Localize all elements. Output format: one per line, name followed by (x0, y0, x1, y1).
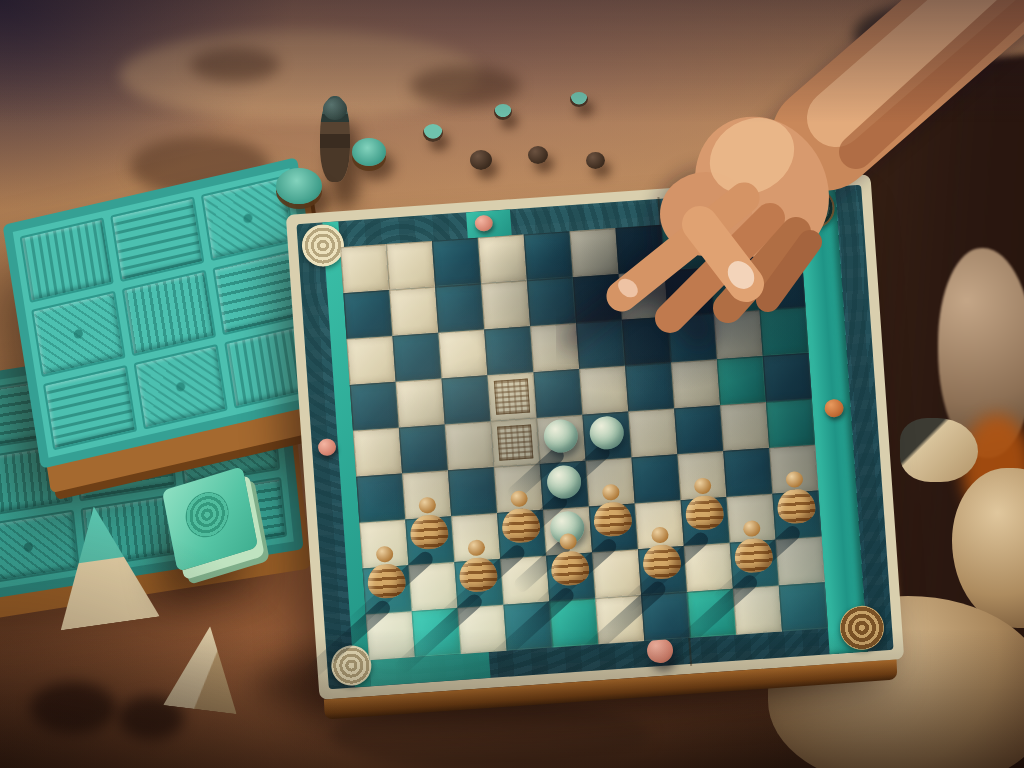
pawn-body (593, 501, 633, 538)
scene (0, 0, 1024, 768)
pawn-head (376, 546, 394, 563)
wooden-pawn[interactable] (731, 519, 775, 574)
wooden-pawn[interactable] (590, 483, 634, 538)
wooden-pawn[interactable] (774, 470, 818, 525)
pawn-head (602, 484, 620, 501)
pawn-head (743, 520, 761, 537)
pawn-body (776, 488, 816, 525)
pawn-head (651, 526, 669, 543)
dark-pawn-on-sand[interactable] (320, 96, 350, 182)
pawn-body (501, 507, 541, 544)
wedge-stone (900, 418, 978, 482)
forearm (824, 0, 1024, 152)
sand-depression (410, 66, 520, 106)
sand-depression (190, 48, 280, 82)
pawn-body (734, 537, 774, 574)
pawn-body (684, 495, 724, 532)
wooden-pawn[interactable] (456, 538, 500, 593)
teal-disc-piece[interactable] (352, 138, 386, 166)
reaching-hand (556, 0, 1024, 364)
cube-seal-carving (182, 487, 233, 543)
sphere-piece[interactable] (543, 418, 579, 453)
pawn-body (409, 514, 449, 551)
wooden-pawn[interactable] (682, 477, 726, 532)
dark-pebble[interactable] (528, 146, 548, 164)
pawn-body (458, 557, 498, 594)
wooden-pawn[interactable] (407, 496, 451, 551)
wooden-pawn[interactable] (499, 489, 543, 544)
wooden-pawn[interactable] (548, 532, 592, 587)
pyramid-die-cream[interactable] (163, 622, 247, 714)
pawn-head (785, 471, 803, 488)
pawn-body (642, 544, 682, 581)
pawn-head (559, 533, 577, 550)
pawn-head (694, 477, 712, 494)
pawn-body (550, 550, 590, 587)
wooden-pawn[interactable] (639, 526, 683, 581)
pawn-head (510, 490, 528, 507)
wooden-pawn[interactable] (364, 545, 408, 600)
pawn-body (366, 563, 406, 600)
teal-pebble[interactable] (423, 124, 443, 142)
dark-pebble[interactable] (470, 150, 492, 170)
sphere-piece[interactable] (589, 415, 625, 450)
sand-shadow-blob (30, 682, 116, 734)
box-carving-panels (20, 175, 319, 450)
teal-pebble[interactable] (494, 104, 512, 120)
pawn-head (418, 497, 436, 514)
pawn-head (467, 539, 485, 556)
teal-disc-piece[interactable] (276, 168, 322, 204)
